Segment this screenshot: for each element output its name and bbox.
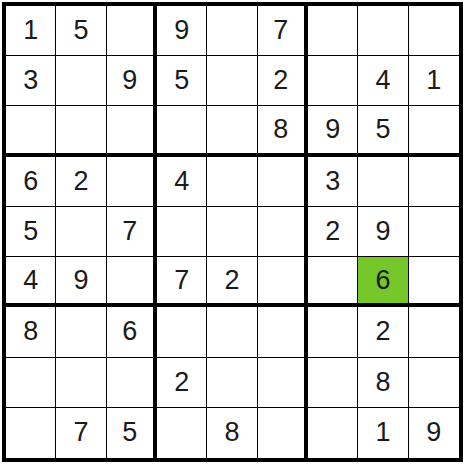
sudoku-cell-r6c5[interactable]: 2	[207, 257, 257, 307]
sudoku-cell-r5c8[interactable]: 9	[358, 207, 408, 257]
sudoku-cell-r3c4[interactable]	[157, 106, 207, 156]
sudoku-cell-r4c3[interactable]	[107, 157, 157, 207]
sudoku-cell-r5c7[interactable]: 2	[308, 207, 358, 257]
sudoku-cell-r1c5[interactable]	[207, 6, 257, 56]
sudoku-cell-r7c4[interactable]	[157, 307, 207, 357]
sudoku-cell-r4c6[interactable]	[258, 157, 308, 207]
sudoku-cell-r3c3[interactable]	[107, 106, 157, 156]
sudoku-cell-r1c4[interactable]: 9	[157, 6, 207, 56]
sudoku-cell-r7c6[interactable]	[258, 307, 308, 357]
sudoku-cell-r2c8[interactable]: 4	[358, 56, 408, 106]
sudoku-cell-r8c8[interactable]: 8	[358, 358, 408, 408]
sudoku-cell-r2c1[interactable]: 3	[6, 56, 56, 106]
sudoku-cell-r5c3[interactable]: 7	[107, 207, 157, 257]
sudoku-cell-r9c8[interactable]: 1	[358, 408, 408, 458]
sudoku-page: 159739524189562435729497268622875819	[0, 0, 465, 464]
sudoku-cell-r8c1[interactable]	[6, 358, 56, 408]
sudoku-cell-r3c7[interactable]: 9	[308, 106, 358, 156]
sudoku-cell-r7c5[interactable]	[207, 307, 257, 357]
sudoku-cell-r4c7[interactable]: 3	[308, 157, 358, 207]
sudoku-cell-r5c1[interactable]: 5	[6, 207, 56, 257]
sudoku-cell-r4c9[interactable]	[409, 157, 459, 207]
sudoku-cell-r4c8[interactable]	[358, 157, 408, 207]
sudoku-cell-r1c8[interactable]	[358, 6, 408, 56]
sudoku-cell-r6c9[interactable]	[409, 257, 459, 307]
sudoku-cell-r2c7[interactable]	[308, 56, 358, 106]
sudoku-cell-r4c1[interactable]: 6	[6, 157, 56, 207]
sudoku-cell-r9c3[interactable]: 5	[107, 408, 157, 458]
sudoku-cell-r7c3[interactable]: 6	[107, 307, 157, 357]
sudoku-cell-r5c4[interactable]	[157, 207, 207, 257]
sudoku-cell-r3c8[interactable]: 5	[358, 106, 408, 156]
sudoku-cell-r1c7[interactable]	[308, 6, 358, 56]
sudoku-cell-r2c5[interactable]	[207, 56, 257, 106]
sudoku-cell-r9c5[interactable]: 8	[207, 408, 257, 458]
sudoku-cell-r1c9[interactable]	[409, 6, 459, 56]
sudoku-board: 159739524189562435729497268622875819	[2, 2, 463, 462]
sudoku-cell-r2c3[interactable]: 9	[107, 56, 157, 106]
sudoku-cell-r9c4[interactable]	[157, 408, 207, 458]
sudoku-cell-r9c2[interactable]: 7	[56, 408, 106, 458]
sudoku-cell-r6c4[interactable]: 7	[157, 257, 207, 307]
sudoku-cell-r7c1[interactable]: 8	[6, 307, 56, 357]
sudoku-cell-highlighted-r6c8[interactable]: 6	[358, 257, 408, 307]
sudoku-cell-r4c5[interactable]	[207, 157, 257, 207]
sudoku-cell-r1c1[interactable]: 1	[6, 6, 56, 56]
sudoku-cell-r3c6[interactable]: 8	[258, 106, 308, 156]
sudoku-cell-r6c1[interactable]: 4	[6, 257, 56, 307]
sudoku-cell-r2c4[interactable]: 5	[157, 56, 207, 106]
sudoku-cell-r3c9[interactable]	[409, 106, 459, 156]
sudoku-cell-r1c3[interactable]	[107, 6, 157, 56]
sudoku-cell-r8c2[interactable]	[56, 358, 106, 408]
sudoku-cell-r8c7[interactable]	[308, 358, 358, 408]
sudoku-cell-r8c5[interactable]	[207, 358, 257, 408]
sudoku-cell-r7c7[interactable]	[308, 307, 358, 357]
sudoku-cell-r9c7[interactable]	[308, 408, 358, 458]
sudoku-cell-r5c9[interactable]	[409, 207, 459, 257]
sudoku-cell-r9c9[interactable]: 9	[409, 408, 459, 458]
sudoku-cell-r1c2[interactable]: 5	[56, 6, 106, 56]
sudoku-cell-r8c6[interactable]	[258, 358, 308, 408]
sudoku-cell-r3c1[interactable]	[6, 106, 56, 156]
sudoku-cell-r2c9[interactable]: 1	[409, 56, 459, 106]
sudoku-cell-r9c1[interactable]	[6, 408, 56, 458]
sudoku-cell-r2c6[interactable]: 2	[258, 56, 308, 106]
sudoku-cell-r5c2[interactable]	[56, 207, 106, 257]
sudoku-cell-r8c4[interactable]: 2	[157, 358, 207, 408]
sudoku-cell-r6c6[interactable]	[258, 257, 308, 307]
sudoku-cell-r7c2[interactable]	[56, 307, 106, 357]
sudoku-cell-r3c2[interactable]	[56, 106, 106, 156]
sudoku-cell-r8c3[interactable]	[107, 358, 157, 408]
sudoku-cell-r6c7[interactable]	[308, 257, 358, 307]
sudoku-cell-r8c9[interactable]	[409, 358, 459, 408]
sudoku-cell-r6c2[interactable]: 9	[56, 257, 106, 307]
sudoku-cell-r9c6[interactable]	[258, 408, 308, 458]
sudoku-cell-r4c2[interactable]: 2	[56, 157, 106, 207]
sudoku-cell-r1c6[interactable]: 7	[258, 6, 308, 56]
sudoku-cell-r3c5[interactable]	[207, 106, 257, 156]
sudoku-cell-r4c4[interactable]: 4	[157, 157, 207, 207]
sudoku-cell-r6c3[interactable]	[107, 257, 157, 307]
sudoku-cell-r5c6[interactable]	[258, 207, 308, 257]
sudoku-cell-r7c9[interactable]	[409, 307, 459, 357]
sudoku-cell-r7c8[interactable]: 2	[358, 307, 408, 357]
sudoku-cell-r2c2[interactable]	[56, 56, 106, 106]
sudoku-cell-r5c5[interactable]	[207, 207, 257, 257]
